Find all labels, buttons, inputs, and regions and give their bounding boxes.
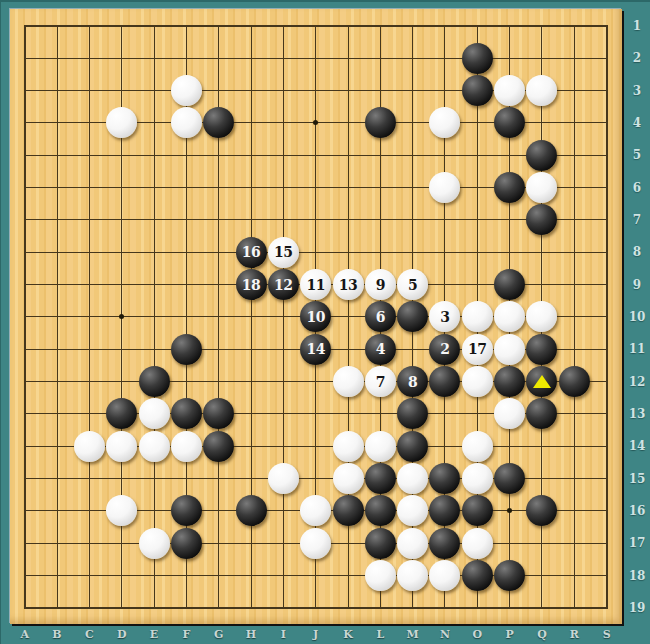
move-number-label: 7 (376, 375, 385, 389)
white-stone-E14 (139, 431, 170, 462)
white-stone-E13 (139, 398, 170, 429)
move-number-label: 5 (408, 278, 417, 292)
white-stone-O10 (462, 301, 493, 332)
move-number-label: 8 (408, 375, 417, 389)
black-stone-Q11 (526, 334, 557, 365)
black-stone-M12: 8 (397, 366, 428, 397)
black-stone-F16 (171, 495, 202, 526)
star-point (507, 508, 512, 513)
black-stone-I9: 12 (268, 269, 299, 300)
black-stone-G4 (203, 107, 234, 138)
black-stone-P15 (494, 463, 525, 494)
white-stone-F4 (171, 107, 202, 138)
white-stone-N4 (429, 107, 460, 138)
white-stone-K14 (333, 431, 364, 462)
white-stone-K9: 13 (333, 269, 364, 300)
white-stone-N18 (429, 560, 460, 591)
column-label-F: F (176, 628, 196, 642)
white-stone-J17 (300, 528, 331, 559)
column-label-G: G (209, 628, 229, 642)
row-label-16: 16 (625, 504, 649, 518)
black-stone-H16 (236, 495, 267, 526)
black-stone-N16 (429, 495, 460, 526)
column-label-N: N (435, 628, 455, 642)
black-stone-G13 (203, 398, 234, 429)
white-stone-J9: 11 (300, 269, 331, 300)
move-number-label: 17 (468, 342, 486, 356)
white-stone-I15 (268, 463, 299, 494)
white-stone-J16 (300, 495, 331, 526)
black-stone-N15 (429, 463, 460, 494)
black-stone-J11: 14 (300, 334, 331, 365)
move-number-label: 4 (376, 342, 385, 356)
column-label-K: K (338, 628, 358, 642)
black-stone-N11: 2 (429, 334, 460, 365)
move-number-label: 16 (242, 245, 260, 259)
go-game-screenshot: 16151812111395106314421778 1234567891011… (0, 0, 650, 644)
move-number-label: 3 (440, 310, 449, 324)
black-stone-Q5 (526, 140, 557, 171)
row-label-1: 1 (625, 19, 649, 33)
row-label-6: 6 (625, 181, 649, 195)
row-label-11: 11 (625, 342, 649, 356)
white-stone-P11 (494, 334, 525, 365)
move-number-label: 10 (306, 310, 324, 324)
black-stone-F13 (171, 398, 202, 429)
white-stone-M15 (397, 463, 428, 494)
white-stone-N6 (429, 172, 460, 203)
black-stone-O16 (462, 495, 493, 526)
grid-vline (574, 25, 575, 609)
row-label-8: 8 (625, 245, 649, 259)
black-stone-F11 (171, 334, 202, 365)
black-stone-O3 (462, 75, 493, 106)
white-stone-L12: 7 (365, 366, 396, 397)
black-stone-H8: 16 (236, 237, 267, 268)
row-label-10: 10 (625, 310, 649, 324)
black-stone-J10: 10 (300, 301, 331, 332)
grid-vline (606, 25, 608, 609)
black-stone-N17 (429, 528, 460, 559)
move-number-label: 14 (306, 342, 324, 356)
move-number-label: 15 (274, 245, 292, 259)
black-stone-P4 (494, 107, 525, 138)
column-label-A: A (15, 628, 35, 642)
black-stone-N12 (429, 366, 460, 397)
white-stone-C14 (74, 431, 105, 462)
row-label-12: 12 (625, 375, 649, 389)
white-stone-D4 (106, 107, 137, 138)
white-stone-Q6 (526, 172, 557, 203)
black-stone-F17 (171, 528, 202, 559)
white-stone-O17 (462, 528, 493, 559)
row-label-14: 14 (625, 439, 649, 453)
black-stone-R12 (559, 366, 590, 397)
black-stone-L11: 4 (365, 334, 396, 365)
white-stone-M16 (397, 495, 428, 526)
column-label-P: P (500, 628, 520, 642)
column-label-O: O (467, 628, 487, 642)
black-stone-O2 (462, 43, 493, 74)
black-stone-P12 (494, 366, 525, 397)
white-stone-F3 (171, 75, 202, 106)
go-board[interactable]: 16151812111395106314421778 (10, 9, 622, 624)
white-stone-E17 (139, 528, 170, 559)
column-label-D: D (112, 628, 132, 642)
white-stone-N10: 3 (429, 301, 460, 332)
column-label-L: L (370, 628, 390, 642)
column-label-E: E (144, 628, 164, 642)
column-label-C: C (79, 628, 99, 642)
white-stone-L18 (365, 560, 396, 591)
grid-hline (24, 607, 608, 609)
white-stone-O14 (462, 431, 493, 462)
row-label-9: 9 (625, 278, 649, 292)
white-stone-L9: 9 (365, 269, 396, 300)
white-stone-P10 (494, 301, 525, 332)
white-stone-M17 (397, 528, 428, 559)
black-stone-P18 (494, 560, 525, 591)
black-stone-M10 (397, 301, 428, 332)
black-stone-D13 (106, 398, 137, 429)
white-stone-M18 (397, 560, 428, 591)
black-stone-Q13 (526, 398, 557, 429)
white-stone-L14 (365, 431, 396, 462)
row-label-15: 15 (625, 472, 649, 486)
black-stone-P6 (494, 172, 525, 203)
row-label-4: 4 (625, 116, 649, 130)
white-stone-O12 (462, 366, 493, 397)
white-stone-O11: 17 (462, 334, 493, 365)
star-point (313, 120, 318, 125)
white-stone-F14 (171, 431, 202, 462)
white-stone-P3 (494, 75, 525, 106)
row-label-19: 19 (625, 601, 649, 615)
black-stone-L4 (365, 107, 396, 138)
column-label-I: I (273, 628, 293, 642)
black-stone-Q12 (526, 366, 557, 397)
black-stone-M13 (397, 398, 428, 429)
white-stone-Q3 (526, 75, 557, 106)
white-stone-M9: 5 (397, 269, 428, 300)
column-label-H: H (241, 628, 261, 642)
row-label-13: 13 (625, 407, 649, 421)
black-stone-Q16 (526, 495, 557, 526)
black-stone-G14 (203, 431, 234, 462)
white-stone-Q10 (526, 301, 557, 332)
white-stone-D14 (106, 431, 137, 462)
black-stone-L17 (365, 528, 396, 559)
white-stone-K12 (333, 366, 364, 397)
row-label-7: 7 (625, 213, 649, 227)
move-number-label: 13 (339, 278, 357, 292)
black-stone-E12 (139, 366, 170, 397)
move-number-label: 11 (306, 278, 324, 292)
black-stone-K16 (333, 495, 364, 526)
black-stone-L16 (365, 495, 396, 526)
white-stone-O15 (462, 463, 493, 494)
move-number-label: 2 (440, 342, 449, 356)
row-label-3: 3 (625, 84, 649, 98)
white-stone-K15 (333, 463, 364, 494)
white-stone-I8: 15 (268, 237, 299, 268)
row-label-5: 5 (625, 148, 649, 162)
black-stone-L10: 6 (365, 301, 396, 332)
move-number-label: 6 (376, 310, 385, 324)
black-stone-Q7 (526, 204, 557, 235)
column-label-R: R (564, 628, 584, 642)
black-stone-M14 (397, 431, 428, 462)
white-stone-D16 (106, 495, 137, 526)
white-stone-P13 (494, 398, 525, 429)
row-label-17: 17 (625, 536, 649, 550)
star-point (119, 314, 124, 319)
move-number-label: 18 (242, 278, 260, 292)
row-label-18: 18 (625, 569, 649, 583)
black-stone-H9: 18 (236, 269, 267, 300)
row-label-2: 2 (625, 51, 649, 65)
black-stone-P9 (494, 269, 525, 300)
column-label-M: M (403, 628, 423, 642)
black-stone-O18 (462, 560, 493, 591)
column-label-J: J (306, 628, 326, 642)
column-label-B: B (47, 628, 67, 642)
move-number-label: 12 (274, 278, 292, 292)
last-move-triangle-marker (533, 375, 551, 388)
column-label-S: S (597, 628, 617, 642)
move-number-label: 9 (376, 278, 385, 292)
black-stone-L15 (365, 463, 396, 494)
column-label-Q: Q (532, 628, 552, 642)
